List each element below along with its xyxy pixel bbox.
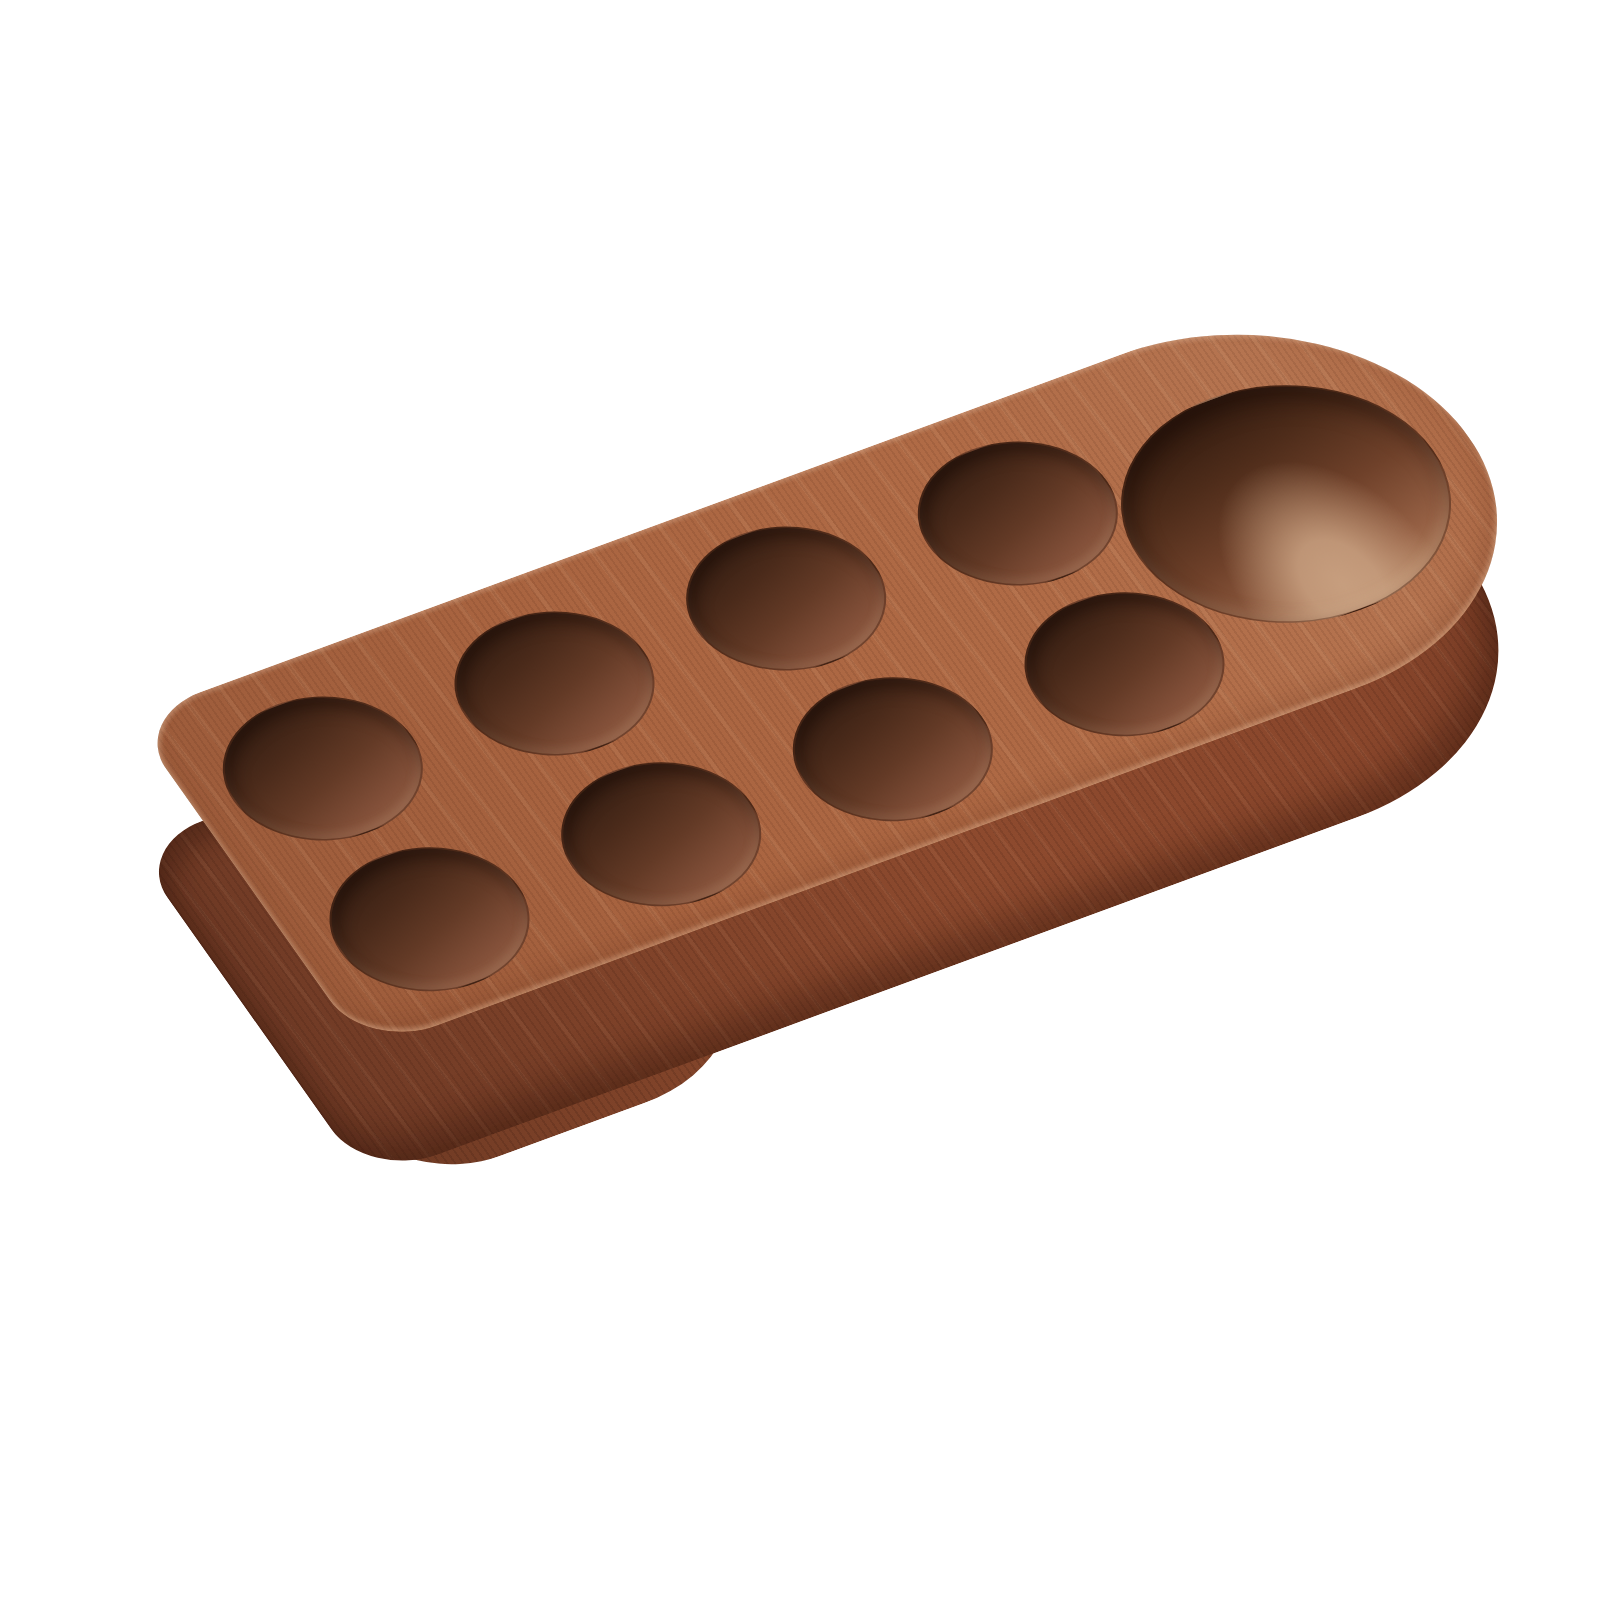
pit-far-3[interactable] xyxy=(652,502,921,696)
mancala-board xyxy=(130,270,1587,1051)
pit-near-3[interactable] xyxy=(758,652,1027,846)
pit-near-1[interactable] xyxy=(295,822,564,1016)
product-photo-scene xyxy=(0,0,1600,1600)
pit-far-4[interactable] xyxy=(883,417,1152,611)
pit-far-2[interactable] xyxy=(420,587,689,781)
pit-near-2[interactable] xyxy=(527,737,796,931)
pit-far-1[interactable] xyxy=(188,672,457,866)
